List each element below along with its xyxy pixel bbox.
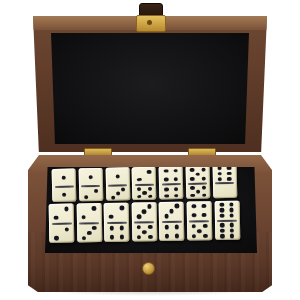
pip-icon [196, 190, 200, 194]
pip-icon [174, 194, 178, 198]
pip-icon [192, 204, 197, 208]
tile-half-top-4 [159, 166, 183, 184]
pip-icon [92, 206, 97, 210]
pip-icon [109, 226, 114, 230]
tile-half-bottom-2 [49, 224, 74, 243]
pip-icon [202, 213, 207, 217]
pip-icon [164, 214, 169, 218]
pip-icon [220, 202, 225, 206]
pip-icon [220, 223, 225, 227]
pip-icon [218, 172, 222, 176]
tile-half-bottom-4 [159, 185, 183, 200]
pip-icon [164, 169, 168, 173]
pip-icon [137, 187, 141, 191]
pip-icon [82, 236, 87, 240]
pip-icon [201, 186, 205, 190]
pip-icon [192, 213, 197, 217]
pip-icon [192, 234, 197, 238]
pip-icon [84, 196, 88, 200]
pip-icon [142, 191, 146, 195]
product-photo-dominoes-box [0, 0, 300, 300]
tile-half-top-1 [78, 168, 102, 186]
pip-icon [148, 194, 152, 198]
pip-icon [165, 225, 170, 229]
pip-icon [119, 206, 124, 210]
pip-icon [137, 214, 142, 218]
tile-half-top-3 [131, 202, 156, 221]
domino-tile-1-3[interactable] [105, 167, 130, 201]
tray-felt-lining [45, 167, 257, 253]
pip-icon [191, 224, 196, 228]
pip-icon [227, 172, 231, 176]
tile-half-top-2 [49, 204, 74, 223]
pip-icon [175, 225, 180, 229]
pip-icon [229, 202, 234, 206]
pip-icon [227, 166, 231, 170]
pip-icon [175, 234, 180, 238]
pip-icon [175, 204, 180, 208]
pip-icon [54, 236, 59, 240]
pip-icon [218, 167, 222, 171]
pip-icon [81, 215, 86, 219]
domino-tile-2-2[interactable] [49, 204, 75, 243]
pip-icon [120, 235, 125, 239]
pip-icon [201, 177, 205, 181]
pip-icon [147, 170, 151, 174]
tile-half-top-6 [212, 165, 236, 183]
brass-medallion-icon [142, 262, 155, 275]
pip-icon [203, 224, 208, 228]
pip-icon [88, 175, 92, 179]
tile-half-top-1 [105, 167, 129, 185]
pip-icon [230, 223, 235, 227]
pip-icon [137, 195, 141, 199]
pip-icon [174, 177, 178, 181]
clasp-hole-icon [147, 20, 152, 25]
pip-icon [109, 214, 114, 218]
domino-tile-5-5[interactable] [186, 165, 211, 199]
pip-icon [92, 226, 97, 230]
pip-icon [202, 193, 206, 197]
domino-tile-6-0[interactable] [212, 165, 237, 199]
domino-tile-4-4[interactable] [159, 166, 184, 200]
pip-icon [147, 204, 152, 208]
domino-tile-1-1[interactable] [52, 168, 77, 202]
pip-icon [137, 178, 141, 182]
tile-half-bottom-0 [213, 184, 237, 199]
pip-icon [230, 234, 235, 238]
domino-tile-3-5[interactable] [131, 202, 157, 241]
tile-half-top-6 [214, 201, 239, 220]
pip-icon [197, 229, 202, 233]
pip-icon [136, 225, 141, 229]
domino-tile-2-3[interactable] [76, 203, 102, 242]
tile-half-top-1 [52, 168, 76, 186]
pip-icon [64, 207, 69, 211]
pip-icon [220, 234, 225, 238]
tile-half-top-2 [76, 203, 101, 222]
domino-tile-2-4[interactable] [104, 203, 130, 242]
pip-icon [174, 169, 178, 173]
pip-icon [174, 187, 178, 191]
domino-tile-3-4[interactable] [159, 202, 185, 241]
pip-icon [87, 231, 92, 235]
pip-icon [190, 168, 194, 172]
pip-icon [142, 230, 147, 234]
domino-row-front [49, 201, 240, 243]
pip-icon [62, 176, 66, 180]
tile-half-bottom-3 [106, 186, 130, 201]
pip-icon [220, 229, 225, 233]
pip-icon [202, 204, 207, 208]
pip-icon [190, 177, 194, 181]
tile-half-top-2 [132, 167, 156, 185]
pip-icon [220, 208, 225, 212]
pip-icon [201, 168, 205, 172]
pip-icon [110, 235, 115, 239]
pip-icon [148, 187, 152, 191]
pip-icon [190, 186, 194, 190]
tile-half-bottom-6 [215, 221, 240, 240]
pip-icon [136, 235, 141, 239]
pip-icon [94, 189, 98, 193]
tile-half-bottom-5 [187, 222, 212, 241]
tile-half-bottom-5 [186, 184, 210, 199]
box-lid [33, 16, 267, 152]
pip-icon [148, 225, 153, 229]
tile-half-bottom-5 [132, 223, 157, 242]
pip-icon [218, 177, 222, 181]
pip-icon [54, 215, 59, 219]
tile-half-bottom-5 [132, 186, 156, 201]
domino-tile-6-6[interactable] [214, 201, 240, 240]
pip-icon [230, 228, 235, 232]
pip-icon [229, 208, 234, 212]
pip-icon [229, 214, 234, 218]
tile-half-top-5 [186, 165, 210, 183]
domino-tile-2-5[interactable] [132, 167, 157, 201]
tile-half-bottom-3 [77, 224, 102, 243]
pip-icon [191, 194, 195, 198]
pip-icon [164, 177, 168, 181]
tile-half-bottom-4 [104, 223, 129, 242]
tile-half-top-3 [159, 202, 184, 221]
pip-icon [142, 210, 147, 214]
tile-half-bottom-4 [159, 222, 184, 241]
pip-icon [164, 187, 168, 191]
pip-icon [119, 226, 124, 230]
pip-icon [165, 194, 169, 198]
lid-felt-lining [51, 33, 249, 144]
pip-icon [148, 235, 153, 239]
pip-icon [111, 195, 115, 199]
pip-icon [169, 209, 174, 213]
tile-half-bottom-2 [79, 187, 103, 202]
domino-row-back [52, 165, 237, 202]
pip-icon [227, 177, 231, 181]
pip-icon [165, 234, 170, 238]
pip-icon [65, 227, 70, 231]
tile-half-top-4 [187, 201, 212, 220]
pip-icon [121, 188, 125, 192]
pip-icon [62, 193, 66, 197]
domino-tile-1-2[interactable] [78, 168, 103, 202]
pip-icon [196, 172, 200, 176]
pip-icon [220, 214, 225, 218]
tile-half-bottom-1 [52, 187, 76, 202]
tile-half-top-2 [104, 203, 129, 222]
pip-icon [115, 174, 119, 178]
pip-icon [116, 192, 120, 196]
pip-icon [203, 234, 208, 238]
domino-tile-4-5[interactable] [187, 201, 213, 240]
